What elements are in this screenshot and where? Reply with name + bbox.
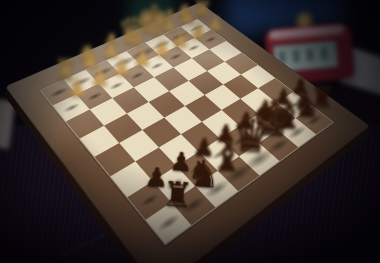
piece-shadow (139, 192, 161, 209)
clock-digit-segment (321, 48, 328, 60)
piece-shadow (62, 102, 81, 114)
tournament-photo-scene: ♜♞♝♟♚♟♛♟♝♟♞♟♜♟♟♟♟♟♟♜♟♞♟♝♟♚♟♛♟♝♞♜ (0, 0, 380, 263)
black-rook-a8: ♜ (161, 177, 194, 213)
chess-board-area: ♜♞♝♟♚♟♛♟♝♟♞♟♜♟♟♟♟♟♟♜♟♞♟♝♟♚♟♛♟♝♞♜ (46, 0, 324, 245)
white-pawn-a2: ♟ (66, 77, 88, 101)
piece-shadow (155, 212, 183, 234)
